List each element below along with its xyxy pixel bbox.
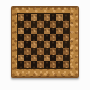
square-h4[interactable]	[63, 41, 69, 48]
square-h6[interactable]	[63, 28, 69, 35]
square-h2[interactable]	[63, 55, 69, 62]
square-h8[interactable]	[63, 14, 69, 21]
board-grid	[17, 13, 70, 69]
square-h1[interactable]	[63, 61, 69, 68]
square-h3[interactable]	[63, 48, 69, 55]
page-background: { "game": "chess", "description": "Overh…	[0, 0, 90, 90]
chess-board	[11, 6, 79, 78]
square-h7[interactable]	[63, 21, 69, 28]
square-h5[interactable]	[63, 34, 69, 41]
